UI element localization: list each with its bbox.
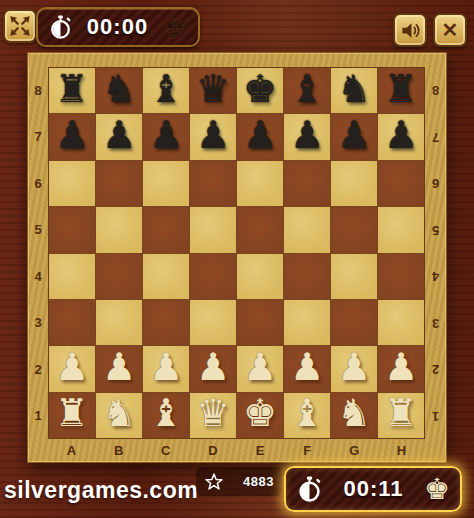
square-g4[interactable] (331, 254, 377, 299)
black-pawn-a7[interactable]: ♟ (55, 116, 89, 154)
square-g5[interactable] (331, 207, 377, 252)
rank-label-6: 6 (28, 160, 48, 207)
square-d3[interactable] (190, 300, 236, 345)
rank-label-8: 8 (28, 67, 48, 114)
square-b5[interactable] (96, 207, 142, 252)
rank-label-4: 4 (28, 253, 48, 300)
square-c7[interactable]: ♟ (143, 114, 189, 159)
white-pawn-a2[interactable]: ♟ (55, 348, 89, 386)
square-g8[interactable]: ♞ (331, 68, 377, 113)
speaker-icon (399, 19, 422, 42)
square-f2[interactable]: ♟ (284, 346, 330, 391)
file-label-h: H (378, 439, 425, 462)
file-label-g: G (331, 439, 378, 462)
white-rook-h1[interactable]: ♜ (384, 394, 418, 432)
game-screen: 00:00 ♚ ✕ 87654321 87654321 ABCDEFGH ♜♞♝… (0, 0, 474, 518)
rank-label-3: 3 (425, 300, 446, 347)
square-a8[interactable]: ♜ (49, 68, 95, 113)
square-f7[interactable]: ♟ (284, 114, 330, 159)
square-h2[interactable]: ♟ (378, 346, 424, 391)
black-queen-d8[interactable]: ♛ (196, 70, 230, 108)
square-g1[interactable]: ♞ (331, 393, 377, 438)
square-c2[interactable]: ♟ (143, 346, 189, 391)
rank-labels-right: 87654321 (425, 67, 446, 439)
file-label-b: B (95, 439, 142, 462)
rank-label-4: 4 (425, 253, 446, 300)
black-rook-a8[interactable]: ♜ (55, 70, 89, 108)
square-c1[interactable]: ♝ (143, 393, 189, 438)
square-d4[interactable] (190, 254, 236, 299)
square-a3[interactable] (49, 300, 95, 345)
file-label-e: E (237, 439, 284, 462)
volume-button[interactable] (393, 13, 427, 47)
square-h4[interactable] (378, 254, 424, 299)
black-pawn-e7[interactable]: ♟ (243, 116, 277, 154)
close-icon: ✕ (442, 20, 459, 40)
square-e7[interactable]: ♟ (237, 114, 283, 159)
square-b8[interactable]: ♞ (96, 68, 142, 113)
white-bishop-c1[interactable]: ♝ (149, 394, 183, 432)
square-c3[interactable] (143, 300, 189, 345)
black-knight-g8[interactable]: ♞ (337, 70, 371, 108)
rank-label-2: 2 (28, 346, 48, 393)
stopwatch-icon (48, 15, 73, 40)
square-b2[interactable]: ♟ (96, 346, 142, 391)
square-e2[interactable]: ♟ (237, 346, 283, 391)
fullscreen-button[interactable] (3, 9, 37, 43)
white-timer-panel: 00:11 ♚ (284, 466, 462, 512)
file-label-c: C (142, 439, 189, 462)
square-h3[interactable] (378, 300, 424, 345)
square-g7[interactable]: ♟ (331, 114, 377, 159)
black-pawn-b7[interactable]: ♟ (102, 116, 136, 154)
white-pawn-c2[interactable]: ♟ (149, 348, 183, 386)
black-pawn-g7[interactable]: ♟ (337, 116, 371, 154)
black-pawn-f7[interactable]: ♟ (290, 116, 324, 154)
square-g2[interactable]: ♟ (331, 346, 377, 391)
black-king-e8[interactable]: ♚ (243, 70, 277, 108)
black-bishop-f8[interactable]: ♝ (290, 70, 324, 108)
square-b6[interactable] (96, 161, 142, 206)
square-a4[interactable] (49, 254, 95, 299)
rank-labels-left: 87654321 (28, 67, 48, 439)
rank-label-2: 2 (425, 346, 446, 393)
file-label-f: F (284, 439, 331, 462)
black-pawn-h7[interactable]: ♟ (384, 116, 418, 154)
square-c8[interactable]: ♝ (143, 68, 189, 113)
stopwatch-icon (296, 476, 323, 503)
file-label-d: D (189, 439, 236, 462)
board-grid: ♜♞♝♛♚♝♞♜♟♟♟♟♟♟♟♟♟♟♟♟♟♟♟♟♜♞♝♛♚♝♞♜ (48, 67, 425, 439)
white-pawn-d2[interactable]: ♟ (196, 348, 230, 386)
rank-label-1: 1 (28, 393, 48, 440)
black-timer-panel: 00:00 ♚ (36, 7, 200, 47)
brand-logo[interactable]: silvergames.com (4, 477, 198, 504)
square-b7[interactable]: ♟ (96, 114, 142, 159)
square-f3[interactable] (284, 300, 330, 345)
square-a5[interactable] (49, 207, 95, 252)
square-h7[interactable]: ♟ (378, 114, 424, 159)
square-a1[interactable]: ♜ (49, 393, 95, 438)
rank-label-3: 3 (28, 300, 48, 347)
white-pawn-e2[interactable]: ♟ (243, 348, 277, 386)
white-pawn-h2[interactable]: ♟ (384, 348, 418, 386)
square-b4[interactable] (96, 254, 142, 299)
square-b3[interactable] (96, 300, 142, 345)
square-h5[interactable] (378, 207, 424, 252)
black-knight-b8[interactable]: ♞ (102, 70, 136, 108)
square-d6[interactable] (190, 161, 236, 206)
square-f1[interactable]: ♝ (284, 393, 330, 438)
white-pawn-f2[interactable]: ♟ (290, 348, 324, 386)
square-e5[interactable] (237, 207, 283, 252)
square-g3[interactable] (331, 300, 377, 345)
star-icon (204, 472, 224, 492)
score-panel: 4883 (196, 467, 282, 496)
white-king-icon: ♚ (424, 475, 450, 504)
file-labels: ABCDEFGH (48, 439, 425, 462)
square-a2[interactable]: ♟ (49, 346, 95, 391)
square-h1[interactable]: ♜ (378, 393, 424, 438)
black-pawn-d7[interactable]: ♟ (196, 116, 230, 154)
square-f6[interactable] (284, 161, 330, 206)
white-king-e1[interactable]: ♚ (243, 394, 277, 432)
square-e1[interactable]: ♚ (237, 393, 283, 438)
square-d1[interactable]: ♛ (190, 393, 236, 438)
square-h8[interactable]: ♜ (378, 68, 424, 113)
square-c6[interactable] (143, 161, 189, 206)
chess-board: 87654321 87654321 ABCDEFGH ♜♞♝♛♚♝♞♜♟♟♟♟♟… (27, 52, 447, 463)
rank-label-1: 1 (425, 393, 446, 440)
square-d7[interactable]: ♟ (190, 114, 236, 159)
rank-label-5: 5 (425, 207, 446, 254)
close-button[interactable]: ✕ (433, 13, 467, 47)
square-h6[interactable] (378, 161, 424, 206)
square-f8[interactable]: ♝ (284, 68, 330, 113)
square-a7[interactable]: ♟ (49, 114, 95, 159)
rank-label-7: 7 (425, 114, 446, 161)
rank-label-7: 7 (28, 114, 48, 161)
square-c4[interactable] (143, 254, 189, 299)
black-pawn-c7[interactable]: ♟ (149, 116, 183, 154)
square-b1[interactable]: ♞ (96, 393, 142, 438)
square-f4[interactable] (284, 254, 330, 299)
square-f5[interactable] (284, 207, 330, 252)
rank-label-8: 8 (425, 67, 446, 114)
black-rook-h8[interactable]: ♜ (384, 70, 418, 108)
black-bishop-c8[interactable]: ♝ (149, 70, 183, 108)
expand-arrows-icon (8, 14, 32, 38)
square-d5[interactable] (190, 207, 236, 252)
square-e6[interactable] (237, 161, 283, 206)
white-timer-value: 00:11 (329, 476, 418, 502)
square-e3[interactable] (237, 300, 283, 345)
white-knight-b1[interactable]: ♞ (102, 394, 136, 432)
white-queen-d1[interactable]: ♛ (196, 394, 230, 432)
white-pawn-b2[interactable]: ♟ (102, 348, 136, 386)
square-a6[interactable] (49, 161, 95, 206)
square-c5[interactable] (143, 207, 189, 252)
square-d8[interactable]: ♛ (190, 68, 236, 113)
rank-label-6: 6 (425, 160, 446, 207)
file-label-a: A (48, 439, 95, 462)
black-timer-value: 00:00 (79, 14, 156, 40)
score-value: 4883 (243, 474, 274, 489)
square-e8[interactable]: ♚ (237, 68, 283, 113)
white-knight-g1[interactable]: ♞ (337, 394, 371, 432)
white-pawn-g2[interactable]: ♟ (337, 348, 371, 386)
black-king-icon: ♚ (162, 13, 188, 42)
white-rook-a1[interactable]: ♜ (55, 394, 89, 432)
square-d2[interactable]: ♟ (190, 346, 236, 391)
white-bishop-f1[interactable]: ♝ (290, 394, 324, 432)
square-e4[interactable] (237, 254, 283, 299)
rank-label-5: 5 (28, 207, 48, 254)
square-g6[interactable] (331, 161, 377, 206)
